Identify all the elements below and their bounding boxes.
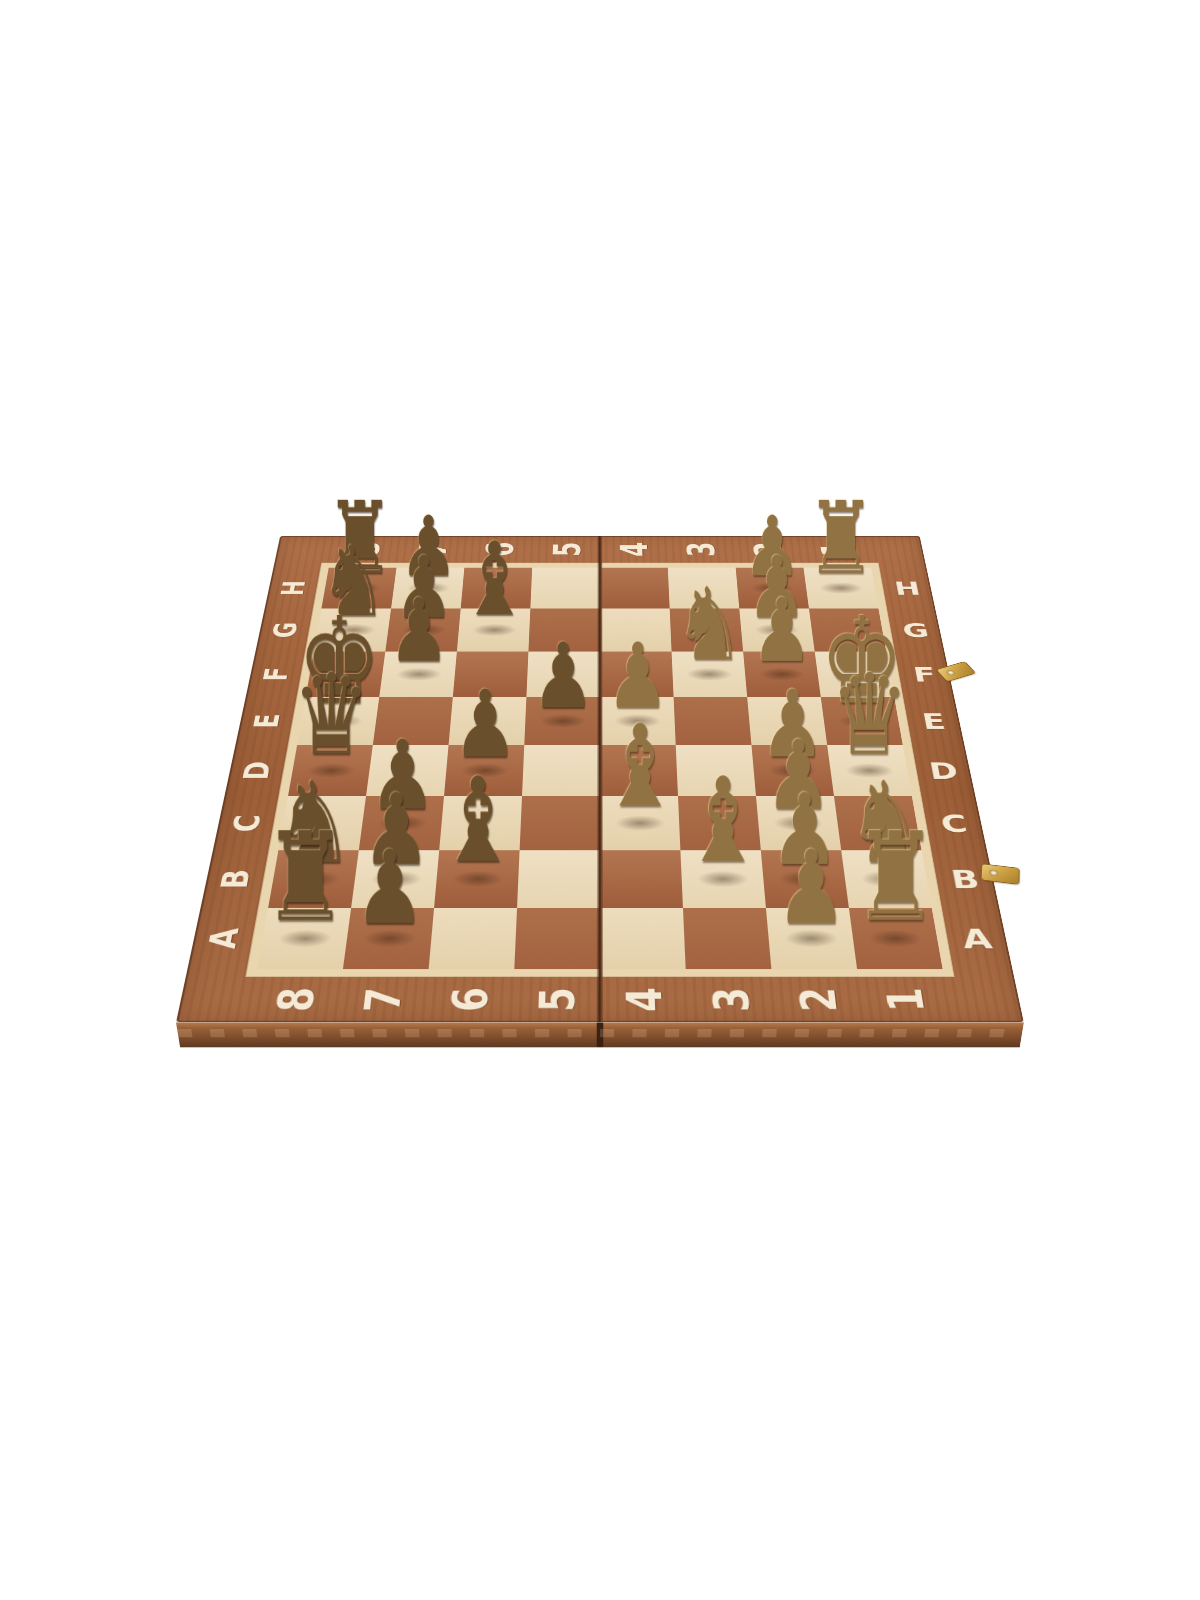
white-bishop-glyph: ♝ — [682, 762, 764, 879]
board-front-edge — [176, 1022, 1024, 1047]
white-queen-glyph: ♛ — [830, 658, 908, 770]
front-edge-seam — [597, 1022, 604, 1047]
chess-board: 8877665544332211HHGGFFEEDDCCBBAA ♜♞♚♛♞♜♟… — [176, 536, 1024, 1022]
black-pawn-glyph: ♟ — [388, 586, 449, 674]
black-bishop-glyph: ♝ — [437, 762, 519, 879]
white-rook-glyph: ♜ — [806, 488, 876, 588]
white-knight-glyph: ♞ — [674, 574, 744, 674]
black-rook-glyph: ♜ — [262, 815, 348, 938]
black-queen-glyph: ♛ — [292, 658, 370, 770]
white-pawn-glyph: ♟ — [751, 586, 812, 674]
black-pawn-glyph: ♟ — [354, 836, 425, 938]
product-photo-page: { "game": { "type": "chess", "scene": "w… — [0, 0, 1200, 1600]
white-rook-glyph: ♜ — [852, 815, 938, 938]
white-bishop-glyph: ♝ — [600, 709, 679, 822]
white-pawn-glyph: ♟ — [775, 836, 846, 938]
black-pawn-glyph: ♟ — [531, 630, 594, 720]
black-bishop-glyph: ♝ — [459, 529, 530, 630]
